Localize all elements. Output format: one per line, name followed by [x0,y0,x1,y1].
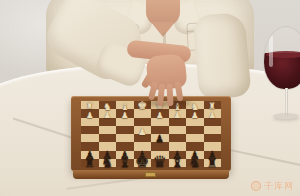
white-pawn: ♟ [86,111,94,119]
watermark: 千库网 [251,180,294,192]
black-king: ♚ [135,154,149,170]
black-bishop: ♝ [171,156,183,170]
wine-glass-base [273,113,299,119]
photo-scene: ♜♞♝♚♛♝♞♜♟♟♟♟♟♟♟♟♟♟♟♟♟♟♟♟♜♞♝♚♛♝♞♜ 千库网 [0,0,300,196]
watermark-text: 千库网 [264,180,294,193]
white-pawn: ♟ [103,111,111,119]
chessboard: ♜♞♝♚♛♝♞♜♟♟♟♟♟♟♟♟♟♟♟♟♟♟♟♟♜♞♝♚♛♝♞♜ [71,96,231,180]
white-pawn: ♟ [208,111,216,119]
black-knight: ♞ [101,156,113,170]
black-rook: ♜ [207,157,218,170]
white-pawn: ♟ [138,127,147,137]
black-queen: ♛ [153,155,167,171]
wine-glass-stem [285,88,288,116]
black-knight: ♞ [189,156,201,170]
watermark-logo-icon [251,181,261,191]
black-pawn: ♟ [155,134,164,144]
white-pawn: ♟ [121,111,129,119]
glass-highlight [269,35,273,67]
white-pawn: ♟ [156,111,164,119]
white-pawn: ♟ [191,111,199,119]
finger [166,84,173,106]
wine-glass-bowl [263,26,300,90]
black-rook: ♜ [84,157,95,170]
black-bishop: ♝ [119,156,131,170]
wine-glass [263,26,300,120]
pieces-layer: ♜♞♝♚♛♝♞♜♟♟♟♟♟♟♟♟♟♟♟♟♟♟♟♟♜♞♝♚♛♝♞♜ [71,96,231,180]
left-arm-sleeve [192,12,251,100]
white-pawn: ♟ [173,111,181,119]
